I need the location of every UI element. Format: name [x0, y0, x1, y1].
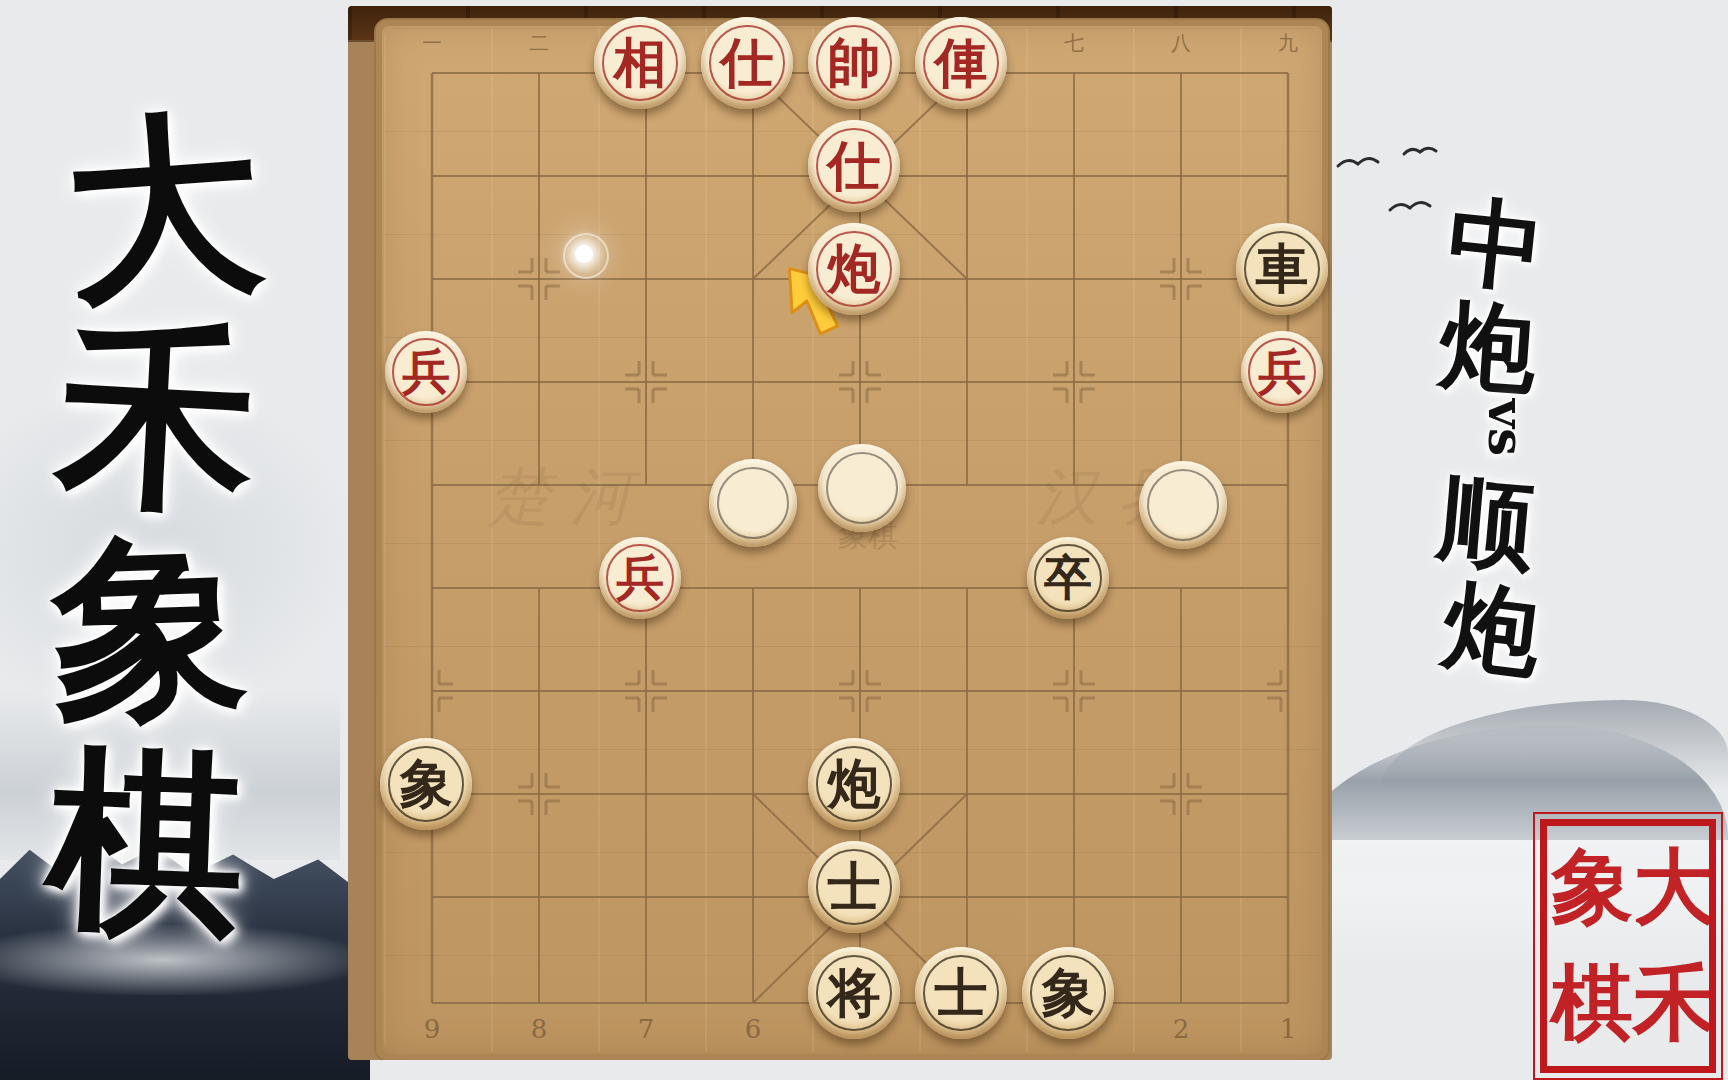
seal-char: 禾: [1633, 946, 1715, 1062]
seal-char: 象: [1551, 830, 1633, 946]
right-banner-char: 炮: [1436, 281, 1541, 417]
red-soldier[interactable]: 兵: [599, 537, 681, 619]
svg-text:6: 6: [745, 1014, 762, 1044]
svg-text:八: 八: [1171, 31, 1191, 55]
piece-glyph: 士: [935, 965, 988, 1018]
svg-text:7: 7: [638, 1014, 655, 1044]
left-banner-char: 棋: [43, 709, 248, 981]
svg-text:楚 河: 楚 河: [488, 460, 642, 533]
birds-icon: [1330, 140, 1460, 240]
red-cannon[interactable]: 炮: [808, 223, 900, 315]
black-advisor[interactable]: 士: [808, 841, 900, 933]
piece-glyph: 兵: [616, 553, 664, 601]
svg-text:8: 8: [531, 1014, 548, 1044]
piece-glyph: 俥: [935, 35, 988, 88]
svg-text:二: 二: [529, 31, 549, 55]
red-soldier[interactable]: 兵: [1241, 331, 1323, 413]
red-elephant[interactable]: 相: [594, 17, 686, 109]
piece-glyph: 士: [828, 859, 881, 912]
studio-seal: 象大棋禾: [1533, 812, 1723, 1080]
piece-glyph: 車: [1256, 241, 1309, 294]
black-advisor[interactable]: 士: [915, 947, 1007, 1039]
red-advisor[interactable]: 仕: [808, 120, 900, 212]
right-banner-char: vs: [1477, 399, 1536, 456]
piece-glyph: 兵: [1258, 347, 1306, 395]
game-screenshot: 一二三四五六七八九987654321楚 河汉 界象棋 相仕帥俥仕炮兵兵兵車卒象炮…: [348, 6, 1332, 1060]
black-elephant[interactable]: 象: [1022, 947, 1114, 1039]
unidentified-piece[interactable]: [709, 459, 797, 547]
sparkle-effect: [575, 245, 593, 263]
piece-glyph: 仕: [721, 35, 774, 88]
piece-glyph: 相: [614, 35, 667, 88]
seal-char: 棋: [1551, 946, 1633, 1062]
piece-glyph: 象: [1042, 965, 1095, 1018]
piece-glyph: 帥: [828, 35, 881, 88]
unidentified-piece[interactable]: [818, 444, 906, 532]
black-chariot[interactable]: 車: [1236, 223, 1328, 315]
svg-text:七: 七: [1064, 31, 1084, 55]
svg-text:1: 1: [1280, 1014, 1297, 1044]
piece-glyph: 仕: [828, 138, 881, 191]
piece-glyph: 炮: [828, 241, 881, 294]
piece-glyph: 象: [400, 756, 453, 809]
red-chariot[interactable]: 俥: [915, 17, 1007, 109]
piece-glyph: 将: [828, 965, 881, 1018]
right-banner-char: 炮: [1436, 561, 1547, 702]
piece-glyph: 兵: [402, 347, 450, 395]
black-soldier[interactable]: 卒: [1027, 537, 1109, 619]
piece-glyph: 卒: [1044, 553, 1092, 601]
black-elephant[interactable]: 象: [380, 738, 472, 830]
red-general[interactable]: 帥: [808, 17, 900, 109]
svg-text:2: 2: [1173, 1014, 1190, 1044]
seal-char: 大: [1633, 830, 1715, 946]
thumbnail: 一二三四五六七八九987654321楚 河汉 界象棋 相仕帥俥仕炮兵兵兵車卒象炮…: [0, 0, 1728, 1080]
svg-text:9: 9: [424, 1014, 441, 1044]
black-general[interactable]: 将: [808, 947, 900, 1039]
red-soldier[interactable]: 兵: [385, 331, 467, 413]
red-advisor[interactable]: 仕: [701, 17, 793, 109]
black-cannon[interactable]: 炮: [808, 738, 900, 830]
svg-text:一: 一: [422, 31, 442, 55]
svg-text:九: 九: [1278, 31, 1298, 55]
unidentified-piece[interactable]: [1139, 461, 1227, 549]
piece-glyph: 炮: [828, 756, 881, 809]
